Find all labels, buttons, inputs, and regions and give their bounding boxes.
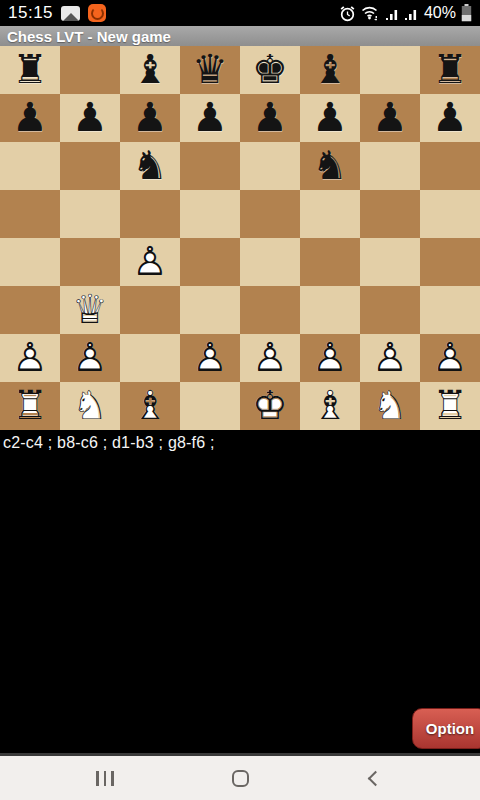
- square-d2[interactable]: ♟♙: [180, 334, 240, 382]
- square-e8[interactable]: ♚: [240, 46, 300, 94]
- square-e1[interactable]: ♚♔: [240, 382, 300, 430]
- square-a8[interactable]: ♜: [0, 46, 60, 94]
- square-b3[interactable]: ♛♕: [60, 286, 120, 334]
- square-h6[interactable]: [420, 142, 480, 190]
- square-c8[interactable]: ♝: [120, 46, 180, 94]
- piece-white-king[interactable]: ♚♔: [240, 382, 300, 430]
- piece-black-pawn[interactable]: ♟: [300, 94, 360, 142]
- piece-white-pawn[interactable]: ♟♙: [360, 334, 420, 382]
- square-b4[interactable]: [60, 238, 120, 286]
- picture-notification-icon: [61, 6, 80, 21]
- title-bar: Chess LVT - New game: [0, 26, 480, 46]
- square-d5[interactable]: [180, 190, 240, 238]
- square-d8[interactable]: ♛: [180, 46, 240, 94]
- piece-black-bishop[interactable]: ♝: [300, 46, 360, 94]
- square-f3[interactable]: [300, 286, 360, 334]
- alarm-clock-icon: [339, 5, 356, 22]
- square-e4[interactable]: [240, 238, 300, 286]
- square-c2[interactable]: [120, 334, 180, 382]
- piece-black-pawn[interactable]: ♟: [420, 94, 480, 142]
- piece-black-pawn[interactable]: ♟: [0, 94, 60, 142]
- square-h3[interactable]: [420, 286, 480, 334]
- square-h2[interactable]: ♟♙: [420, 334, 480, 382]
- square-h7[interactable]: ♟: [420, 94, 480, 142]
- square-h4[interactable]: [420, 238, 480, 286]
- game-output-area: c2-c4 ; b8-c6 ; d1-b3 ; g8-f6 ; Option: [0, 430, 480, 753]
- piece-white-bishop[interactable]: ♝♗: [300, 382, 360, 430]
- recents-button[interactable]: [75, 758, 135, 798]
- square-b1[interactable]: ♞♘: [60, 382, 120, 430]
- piece-white-pawn[interactable]: ♟♙: [180, 334, 240, 382]
- square-a1[interactable]: ♜♖: [0, 382, 60, 430]
- square-a5[interactable]: [0, 190, 60, 238]
- square-a2[interactable]: ♟♙: [0, 334, 60, 382]
- orange-app-notification-icon: [88, 4, 106, 22]
- square-a4[interactable]: [0, 238, 60, 286]
- square-h1[interactable]: ♜♖: [420, 382, 480, 430]
- piece-black-pawn[interactable]: ♟: [180, 94, 240, 142]
- square-c6[interactable]: ♞: [120, 142, 180, 190]
- signal-sim2-icon: [405, 6, 419, 21]
- square-e2[interactable]: ♟♙: [240, 334, 300, 382]
- piece-white-rook[interactable]: ♜♖: [420, 382, 480, 430]
- square-d7[interactable]: ♟: [180, 94, 240, 142]
- square-d3[interactable]: [180, 286, 240, 334]
- square-g3[interactable]: [360, 286, 420, 334]
- square-f1[interactable]: ♝♗: [300, 382, 360, 430]
- square-f5[interactable]: [300, 190, 360, 238]
- signal-sim1-icon: [386, 6, 400, 21]
- square-d1[interactable]: [180, 382, 240, 430]
- square-d4[interactable]: [180, 238, 240, 286]
- square-c4[interactable]: ♟♙: [120, 238, 180, 286]
- square-g6[interactable]: [360, 142, 420, 190]
- piece-white-rook[interactable]: ♜♖: [0, 382, 60, 430]
- square-g4[interactable]: [360, 238, 420, 286]
- piece-white-knight[interactable]: ♞♘: [360, 382, 420, 430]
- square-f2[interactable]: ♟♙: [300, 334, 360, 382]
- piece-white-knight[interactable]: ♞♘: [60, 382, 120, 430]
- square-g7[interactable]: ♟: [360, 94, 420, 142]
- square-e6[interactable]: [240, 142, 300, 190]
- piece-white-pawn[interactable]: ♟♙: [300, 334, 360, 382]
- square-g8[interactable]: [360, 46, 420, 94]
- square-c3[interactable]: [120, 286, 180, 334]
- square-b7[interactable]: ♟: [60, 94, 120, 142]
- square-a7[interactable]: ♟: [0, 94, 60, 142]
- square-b6[interactable]: [60, 142, 120, 190]
- square-g2[interactable]: ♟♙: [360, 334, 420, 382]
- square-a3[interactable]: [0, 286, 60, 334]
- piece-black-king[interactable]: ♚: [240, 46, 300, 94]
- square-f4[interactable]: [300, 238, 360, 286]
- piece-black-rook[interactable]: ♜: [420, 46, 480, 94]
- home-icon: [232, 770, 249, 787]
- square-c5[interactable]: [120, 190, 180, 238]
- square-b8[interactable]: [60, 46, 120, 94]
- square-h5[interactable]: [420, 190, 480, 238]
- square-b5[interactable]: [60, 190, 120, 238]
- square-c7[interactable]: ♟: [120, 94, 180, 142]
- chess-board[interactable]: ♜♝♛♚♝♜♟♟♟♟♟♟♟♟♞♞♟♙♛♕♟♙♟♙♟♙♟♙♟♙♟♙♟♙♜♖♞♘♝♗…: [0, 46, 480, 430]
- square-h8[interactable]: ♜: [420, 46, 480, 94]
- square-g5[interactable]: [360, 190, 420, 238]
- square-f6[interactable]: ♞: [300, 142, 360, 190]
- square-g1[interactable]: ♞♘: [360, 382, 420, 430]
- clock-time: 15:15: [8, 3, 53, 23]
- app-title: Chess LVT - New game: [7, 28, 171, 45]
- square-e3[interactable]: [240, 286, 300, 334]
- android-nav-bar: [0, 756, 480, 800]
- option-button[interactable]: Option: [412, 708, 480, 749]
- battery-icon: [461, 4, 472, 22]
- home-button[interactable]: [210, 758, 270, 798]
- piece-black-queen[interactable]: ♛: [180, 46, 240, 94]
- battery-percent: 40%: [424, 4, 456, 22]
- square-e7[interactable]: ♟: [240, 94, 300, 142]
- piece-white-pawn[interactable]: ♟♙: [60, 334, 120, 382]
- square-d6[interactable]: [180, 142, 240, 190]
- piece-black-knight[interactable]: ♞: [300, 142, 360, 190]
- piece-white-pawn[interactable]: ♟♙: [420, 334, 480, 382]
- recents-icon: [96, 771, 114, 786]
- piece-white-bishop[interactable]: ♝♗: [120, 382, 180, 430]
- piece-black-rook[interactable]: ♜: [0, 46, 60, 94]
- piece-black-bishop[interactable]: ♝: [120, 46, 180, 94]
- move-list: c2-c4 ; b8-c6 ; d1-b3 ; g8-f6 ;: [0, 430, 480, 452]
- piece-white-pawn[interactable]: ♟♙: [240, 334, 300, 382]
- square-f7[interactable]: ♟: [300, 94, 360, 142]
- piece-black-pawn[interactable]: ♟: [360, 94, 420, 142]
- piece-white-queen[interactable]: ♛♕: [60, 286, 120, 334]
- square-f8[interactable]: ♝: [300, 46, 360, 94]
- back-button[interactable]: [345, 758, 405, 798]
- square-b2[interactable]: ♟♙: [60, 334, 120, 382]
- piece-black-knight[interactable]: ♞: [120, 142, 180, 190]
- square-a6[interactable]: [0, 142, 60, 190]
- wifi-icon: [361, 5, 381, 21]
- square-c1[interactable]: ♝♗: [120, 382, 180, 430]
- piece-black-pawn[interactable]: ♟: [240, 94, 300, 142]
- square-e5[interactable]: [240, 190, 300, 238]
- back-icon: [367, 770, 383, 786]
- piece-black-pawn[interactable]: ♟: [60, 94, 120, 142]
- piece-white-pawn[interactable]: ♟♙: [120, 238, 180, 286]
- status-bar: 15:15 40%: [0, 0, 480, 26]
- piece-black-pawn[interactable]: ♟: [120, 94, 180, 142]
- piece-white-pawn[interactable]: ♟♙: [0, 334, 60, 382]
